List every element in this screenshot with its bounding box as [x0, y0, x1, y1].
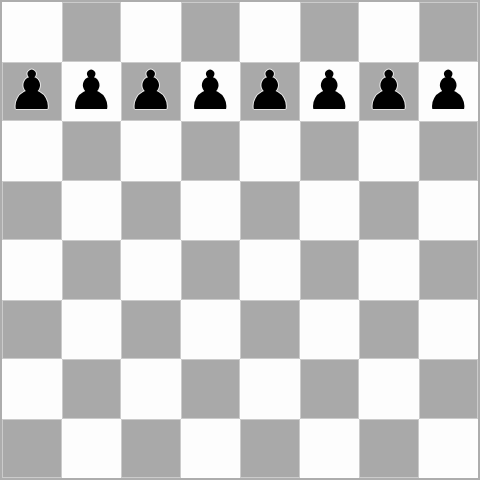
square-e4[interactable] [240, 240, 300, 300]
square-c8[interactable] [121, 2, 181, 62]
square-c7[interactable]: ♟ [121, 62, 181, 122]
square-e7[interactable]: ♟ [240, 62, 300, 122]
black-pawn[interactable]: ♟ [424, 62, 472, 122]
square-g5[interactable] [359, 181, 419, 241]
square-a7[interactable]: ♟ [2, 62, 62, 122]
black-pawn[interactable]: ♟ [127, 62, 175, 122]
square-a3[interactable] [2, 300, 62, 360]
square-c5[interactable] [121, 181, 181, 241]
square-e3[interactable] [240, 300, 300, 360]
square-a8[interactable] [2, 2, 62, 62]
square-c3[interactable] [121, 300, 181, 360]
black-pawn[interactable]: ♟ [365, 62, 413, 122]
square-g7[interactable]: ♟ [359, 62, 419, 122]
square-g8[interactable] [359, 2, 419, 62]
square-h5[interactable] [419, 181, 479, 241]
black-pawn[interactable]: ♟ [8, 62, 56, 122]
square-d1[interactable] [181, 419, 241, 479]
square-a4[interactable] [2, 240, 62, 300]
square-b4[interactable] [62, 240, 122, 300]
square-b6[interactable] [62, 121, 122, 181]
square-f8[interactable] [300, 2, 360, 62]
square-f4[interactable] [300, 240, 360, 300]
square-g2[interactable] [359, 359, 419, 419]
square-b3[interactable] [62, 300, 122, 360]
square-c4[interactable] [121, 240, 181, 300]
square-b5[interactable] [62, 181, 122, 241]
black-pawn[interactable]: ♟ [246, 62, 294, 122]
square-c1[interactable] [121, 419, 181, 479]
square-e1[interactable] [240, 419, 300, 479]
square-b1[interactable] [62, 419, 122, 479]
square-a2[interactable] [2, 359, 62, 419]
square-e8[interactable] [240, 2, 300, 62]
square-h7[interactable]: ♟ [419, 62, 479, 122]
square-h3[interactable] [419, 300, 479, 360]
square-d7[interactable]: ♟ [181, 62, 241, 122]
square-a5[interactable] [2, 181, 62, 241]
square-a6[interactable] [2, 121, 62, 181]
chess-board: ♟♟♟♟♟♟♟♟ [0, 0, 480, 480]
square-d6[interactable] [181, 121, 241, 181]
black-pawn[interactable]: ♟ [186, 62, 234, 122]
square-g6[interactable] [359, 121, 419, 181]
square-g4[interactable] [359, 240, 419, 300]
square-b2[interactable] [62, 359, 122, 419]
square-h2[interactable] [419, 359, 479, 419]
square-b8[interactable] [62, 2, 122, 62]
square-c6[interactable] [121, 121, 181, 181]
square-g3[interactable] [359, 300, 419, 360]
black-pawn[interactable]: ♟ [67, 62, 115, 122]
square-h8[interactable] [419, 2, 479, 62]
square-h1[interactable] [419, 419, 479, 479]
square-d3[interactable] [181, 300, 241, 360]
square-d8[interactable] [181, 2, 241, 62]
square-a1[interactable] [2, 419, 62, 479]
black-pawn[interactable]: ♟ [305, 62, 353, 122]
square-c2[interactable] [121, 359, 181, 419]
square-e6[interactable] [240, 121, 300, 181]
square-f7[interactable]: ♟ [300, 62, 360, 122]
square-e2[interactable] [240, 359, 300, 419]
square-f3[interactable] [300, 300, 360, 360]
square-h6[interactable] [419, 121, 479, 181]
square-f1[interactable] [300, 419, 360, 479]
square-h4[interactable] [419, 240, 479, 300]
square-f6[interactable] [300, 121, 360, 181]
square-b7[interactable]: ♟ [62, 62, 122, 122]
square-g1[interactable] [359, 419, 419, 479]
square-d4[interactable] [181, 240, 241, 300]
square-e5[interactable] [240, 181, 300, 241]
square-d5[interactable] [181, 181, 241, 241]
square-f5[interactable] [300, 181, 360, 241]
square-f2[interactable] [300, 359, 360, 419]
square-d2[interactable] [181, 359, 241, 419]
